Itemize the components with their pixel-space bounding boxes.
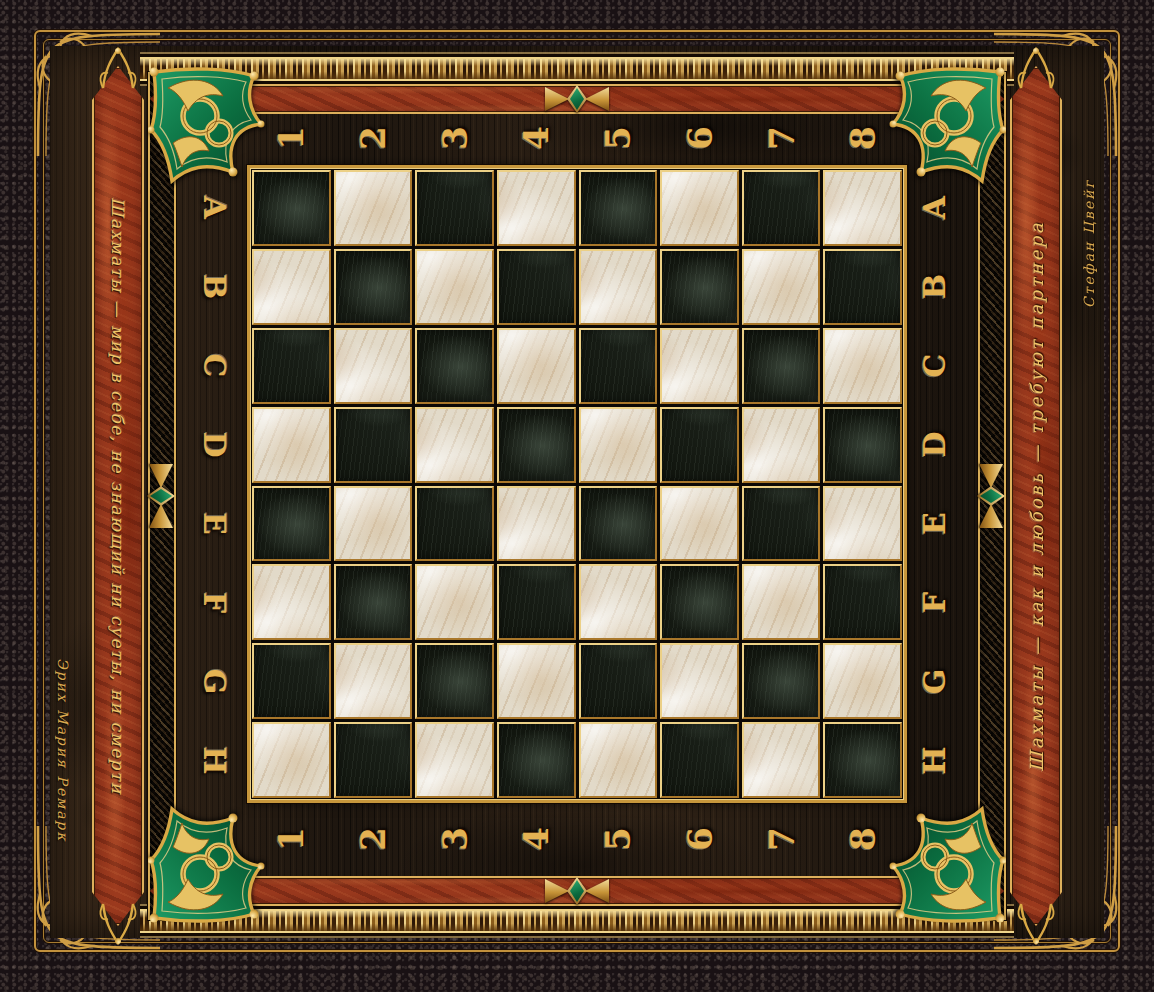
square-c7[interactable] (742, 328, 821, 404)
square-c5[interactable] (579, 328, 658, 404)
square-b1[interactable] (252, 249, 331, 325)
square-g3[interactable] (415, 643, 494, 719)
jeweled-band-top (140, 57, 1014, 81)
green-gem-icon (150, 489, 172, 503)
square-c2[interactable] (334, 328, 413, 404)
rank-labels-right: ABCDEFGH (902, 168, 966, 800)
square-e8[interactable] (823, 486, 902, 562)
square-c6[interactable] (660, 328, 739, 404)
file-label-bottom-3: 3 (417, 798, 491, 880)
square-a2[interactable] (334, 170, 413, 246)
square-b3[interactable] (415, 249, 494, 325)
square-d3[interactable] (415, 407, 494, 483)
square-d4[interactable] (497, 407, 576, 483)
square-e1[interactable] (252, 486, 331, 562)
square-b5[interactable] (579, 249, 658, 325)
square-e2[interactable] (334, 486, 413, 562)
square-e7[interactable] (742, 486, 821, 562)
square-e3[interactable] (415, 486, 494, 562)
green-gem-icon (570, 880, 584, 902)
chess-table-top: Шахматы — мир в себе, не знающий ни сует… (0, 0, 1154, 992)
rank-label-left-e: E (175, 492, 254, 556)
file-labels-top: 12345678 (250, 110, 904, 166)
diamond-motif-bottom (545, 876, 609, 906)
square-b7[interactable] (742, 249, 821, 325)
square-c1[interactable] (252, 328, 331, 404)
gold-triangle-icon (979, 504, 1003, 528)
square-d1[interactable] (252, 407, 331, 483)
square-h6[interactable] (660, 722, 739, 798)
file-label-bottom-5: 5 (581, 798, 655, 880)
band-finial-icon (96, 46, 140, 92)
quote-left-author: Эрих Мария Ремарк (52, 585, 74, 915)
square-h8[interactable] (823, 722, 902, 798)
rank-label-left-g: G (175, 650, 254, 714)
file-label-bottom-2: 2 (336, 798, 410, 880)
square-g6[interactable] (660, 643, 739, 719)
file-label-bottom-8: 8 (826, 798, 900, 880)
gold-triangle-icon (545, 879, 569, 903)
red-marble-band-right: Шахматы — как и любовь — требуют партнер… (1010, 66, 1062, 926)
square-a1[interactable] (252, 170, 331, 246)
square-b8[interactable] (823, 249, 902, 325)
square-a6[interactable] (660, 170, 739, 246)
square-h3[interactable] (415, 722, 494, 798)
rank-label-left-d: D (175, 413, 254, 477)
square-a5[interactable] (579, 170, 658, 246)
square-f7[interactable] (742, 564, 821, 640)
square-c3[interactable] (415, 328, 494, 404)
file-label-bottom-6: 6 (663, 798, 737, 880)
square-h2[interactable] (334, 722, 413, 798)
rank-label-left-a: A (175, 176, 254, 240)
square-h4[interactable] (497, 722, 576, 798)
square-b4[interactable] (497, 249, 576, 325)
green-gem-icon (570, 88, 584, 110)
square-c4[interactable] (497, 328, 576, 404)
file-label-bottom-4: 4 (499, 798, 573, 880)
rank-label-left-h: H (175, 729, 254, 793)
diamond-motif-left (146, 464, 176, 528)
square-d2[interactable] (334, 407, 413, 483)
quote-right: Шахматы — как и любовь — требуют партнер… (1010, 106, 1062, 886)
square-d8[interactable] (823, 407, 902, 483)
gold-triangle-icon (979, 464, 1003, 488)
square-f4[interactable] (497, 564, 576, 640)
jeweled-band-bottom (140, 909, 1014, 933)
band-finial-icon (96, 900, 140, 946)
band-finial-icon (1014, 46, 1058, 92)
square-e4[interactable] (497, 486, 576, 562)
square-b2[interactable] (334, 249, 413, 325)
square-d5[interactable] (579, 407, 658, 483)
chessboard (252, 170, 902, 798)
square-g8[interactable] (823, 643, 902, 719)
square-e6[interactable] (660, 486, 739, 562)
rank-label-left-c: C (175, 334, 254, 398)
gold-triangle-icon (149, 464, 173, 488)
square-a8[interactable] (823, 170, 902, 246)
file-label-bottom-7: 7 (744, 798, 818, 880)
band-finial-icon (1014, 900, 1058, 946)
quote-left: Шахматы — мир в себе, не знающий ни сует… (92, 106, 144, 886)
square-h1[interactable] (252, 722, 331, 798)
square-f2[interactable] (334, 564, 413, 640)
square-h7[interactable] (742, 722, 821, 798)
square-g7[interactable] (742, 643, 821, 719)
square-c8[interactable] (823, 328, 902, 404)
file-labels-bottom: 12345678 (250, 802, 904, 876)
square-f6[interactable] (660, 564, 739, 640)
square-g1[interactable] (252, 643, 331, 719)
gold-triangle-icon (149, 504, 173, 528)
square-e5[interactable] (579, 486, 658, 562)
square-a3[interactable] (415, 170, 494, 246)
rank-label-left-b: B (175, 255, 254, 319)
square-d7[interactable] (742, 407, 821, 483)
chessboard-frame (247, 165, 907, 803)
square-d6[interactable] (660, 407, 739, 483)
square-f8[interactable] (823, 564, 902, 640)
square-g5[interactable] (579, 643, 658, 719)
square-g4[interactable] (497, 643, 576, 719)
square-a7[interactable] (742, 170, 821, 246)
gold-triangle-icon (585, 879, 609, 903)
quote-right-author: Стефан Цвейг (1078, 84, 1100, 404)
square-f3[interactable] (415, 564, 494, 640)
rank-labels-left: ABCDEFGH (182, 168, 246, 800)
red-marble-band-left: Шахматы — мир в себе, не знающий ни сует… (92, 66, 144, 926)
square-f5[interactable] (579, 564, 658, 640)
square-f1[interactable] (252, 564, 331, 640)
square-a4[interactable] (497, 170, 576, 246)
rank-label-left-f: F (175, 571, 254, 635)
square-b6[interactable] (660, 249, 739, 325)
square-h5[interactable] (579, 722, 658, 798)
file-label-bottom-1: 1 (254, 798, 328, 880)
square-g2[interactable] (334, 643, 413, 719)
green-gem-icon (980, 489, 1002, 503)
diamond-motif-right (976, 464, 1006, 528)
